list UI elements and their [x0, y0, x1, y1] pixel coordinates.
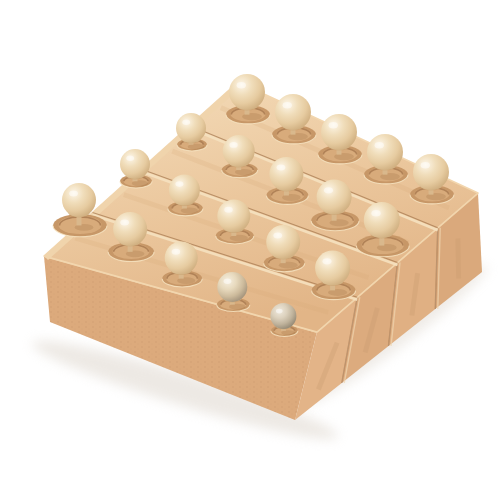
knob-ball-highlight: [277, 164, 286, 170]
knob-ball-highlight: [375, 142, 384, 148]
knob-ball: [413, 154, 449, 190]
product-photo-canvas: [0, 0, 500, 500]
knob-ball-highlight: [224, 279, 232, 284]
cylinder-block3-pos1: [120, 149, 152, 188]
knob-ball: [62, 183, 96, 217]
knob-ball: [269, 157, 303, 191]
knob-ball: [113, 212, 147, 246]
knob-ball-highlight: [126, 156, 134, 161]
knob-ball: [321, 114, 357, 150]
knob-ball-highlight: [69, 190, 78, 196]
knob-shadow: [281, 330, 295, 335]
cylinder-block1-pos1: [226, 74, 270, 124]
end-face-grain: [458, 238, 459, 278]
cylinder-block1-pos2: [272, 94, 316, 144]
cylinder-blocks-photo: [0, 0, 500, 500]
knob-ball-highlight: [283, 102, 292, 108]
knob-ball: [217, 200, 250, 233]
cylinder-block1-pos5: [410, 154, 454, 204]
knob-ball: [270, 303, 296, 329]
knob-ball: [229, 74, 265, 110]
knob-ball-highlight: [182, 120, 190, 125]
knob-ball-highlight: [371, 210, 380, 216]
knob-ball: [364, 202, 400, 238]
knob-ball: [266, 225, 300, 259]
cylinder-block1-pos3: [318, 114, 362, 164]
cylinder-block2-pos1: [176, 113, 207, 151]
knob-ball-highlight: [273, 232, 282, 238]
knob-ball: [176, 113, 206, 143]
knob-ball-highlight: [324, 187, 333, 193]
knob-ball: [367, 134, 403, 170]
knob-ball: [120, 149, 150, 179]
knob-ball-highlight: [237, 82, 246, 88]
knob-ball: [217, 272, 247, 302]
knob-ball: [223, 135, 255, 167]
knob-ball-highlight: [175, 181, 183, 187]
knob-ball: [165, 242, 198, 275]
knob-ball-highlight: [172, 249, 181, 255]
knob-ball-highlight: [329, 122, 338, 128]
knob-ball: [275, 94, 311, 130]
knob-ball-highlight: [276, 309, 283, 314]
knob-ball-highlight: [120, 219, 129, 225]
knob-ball: [315, 251, 350, 286]
knob-ball: [317, 180, 352, 215]
cylinder-block1-pos4: [364, 134, 408, 184]
knob-ball-highlight: [322, 258, 331, 264]
knob-ball: [169, 175, 200, 206]
knob-ball-highlight: [229, 142, 237, 148]
knob-ball-highlight: [224, 207, 233, 213]
knob-ball-highlight: [421, 162, 430, 168]
